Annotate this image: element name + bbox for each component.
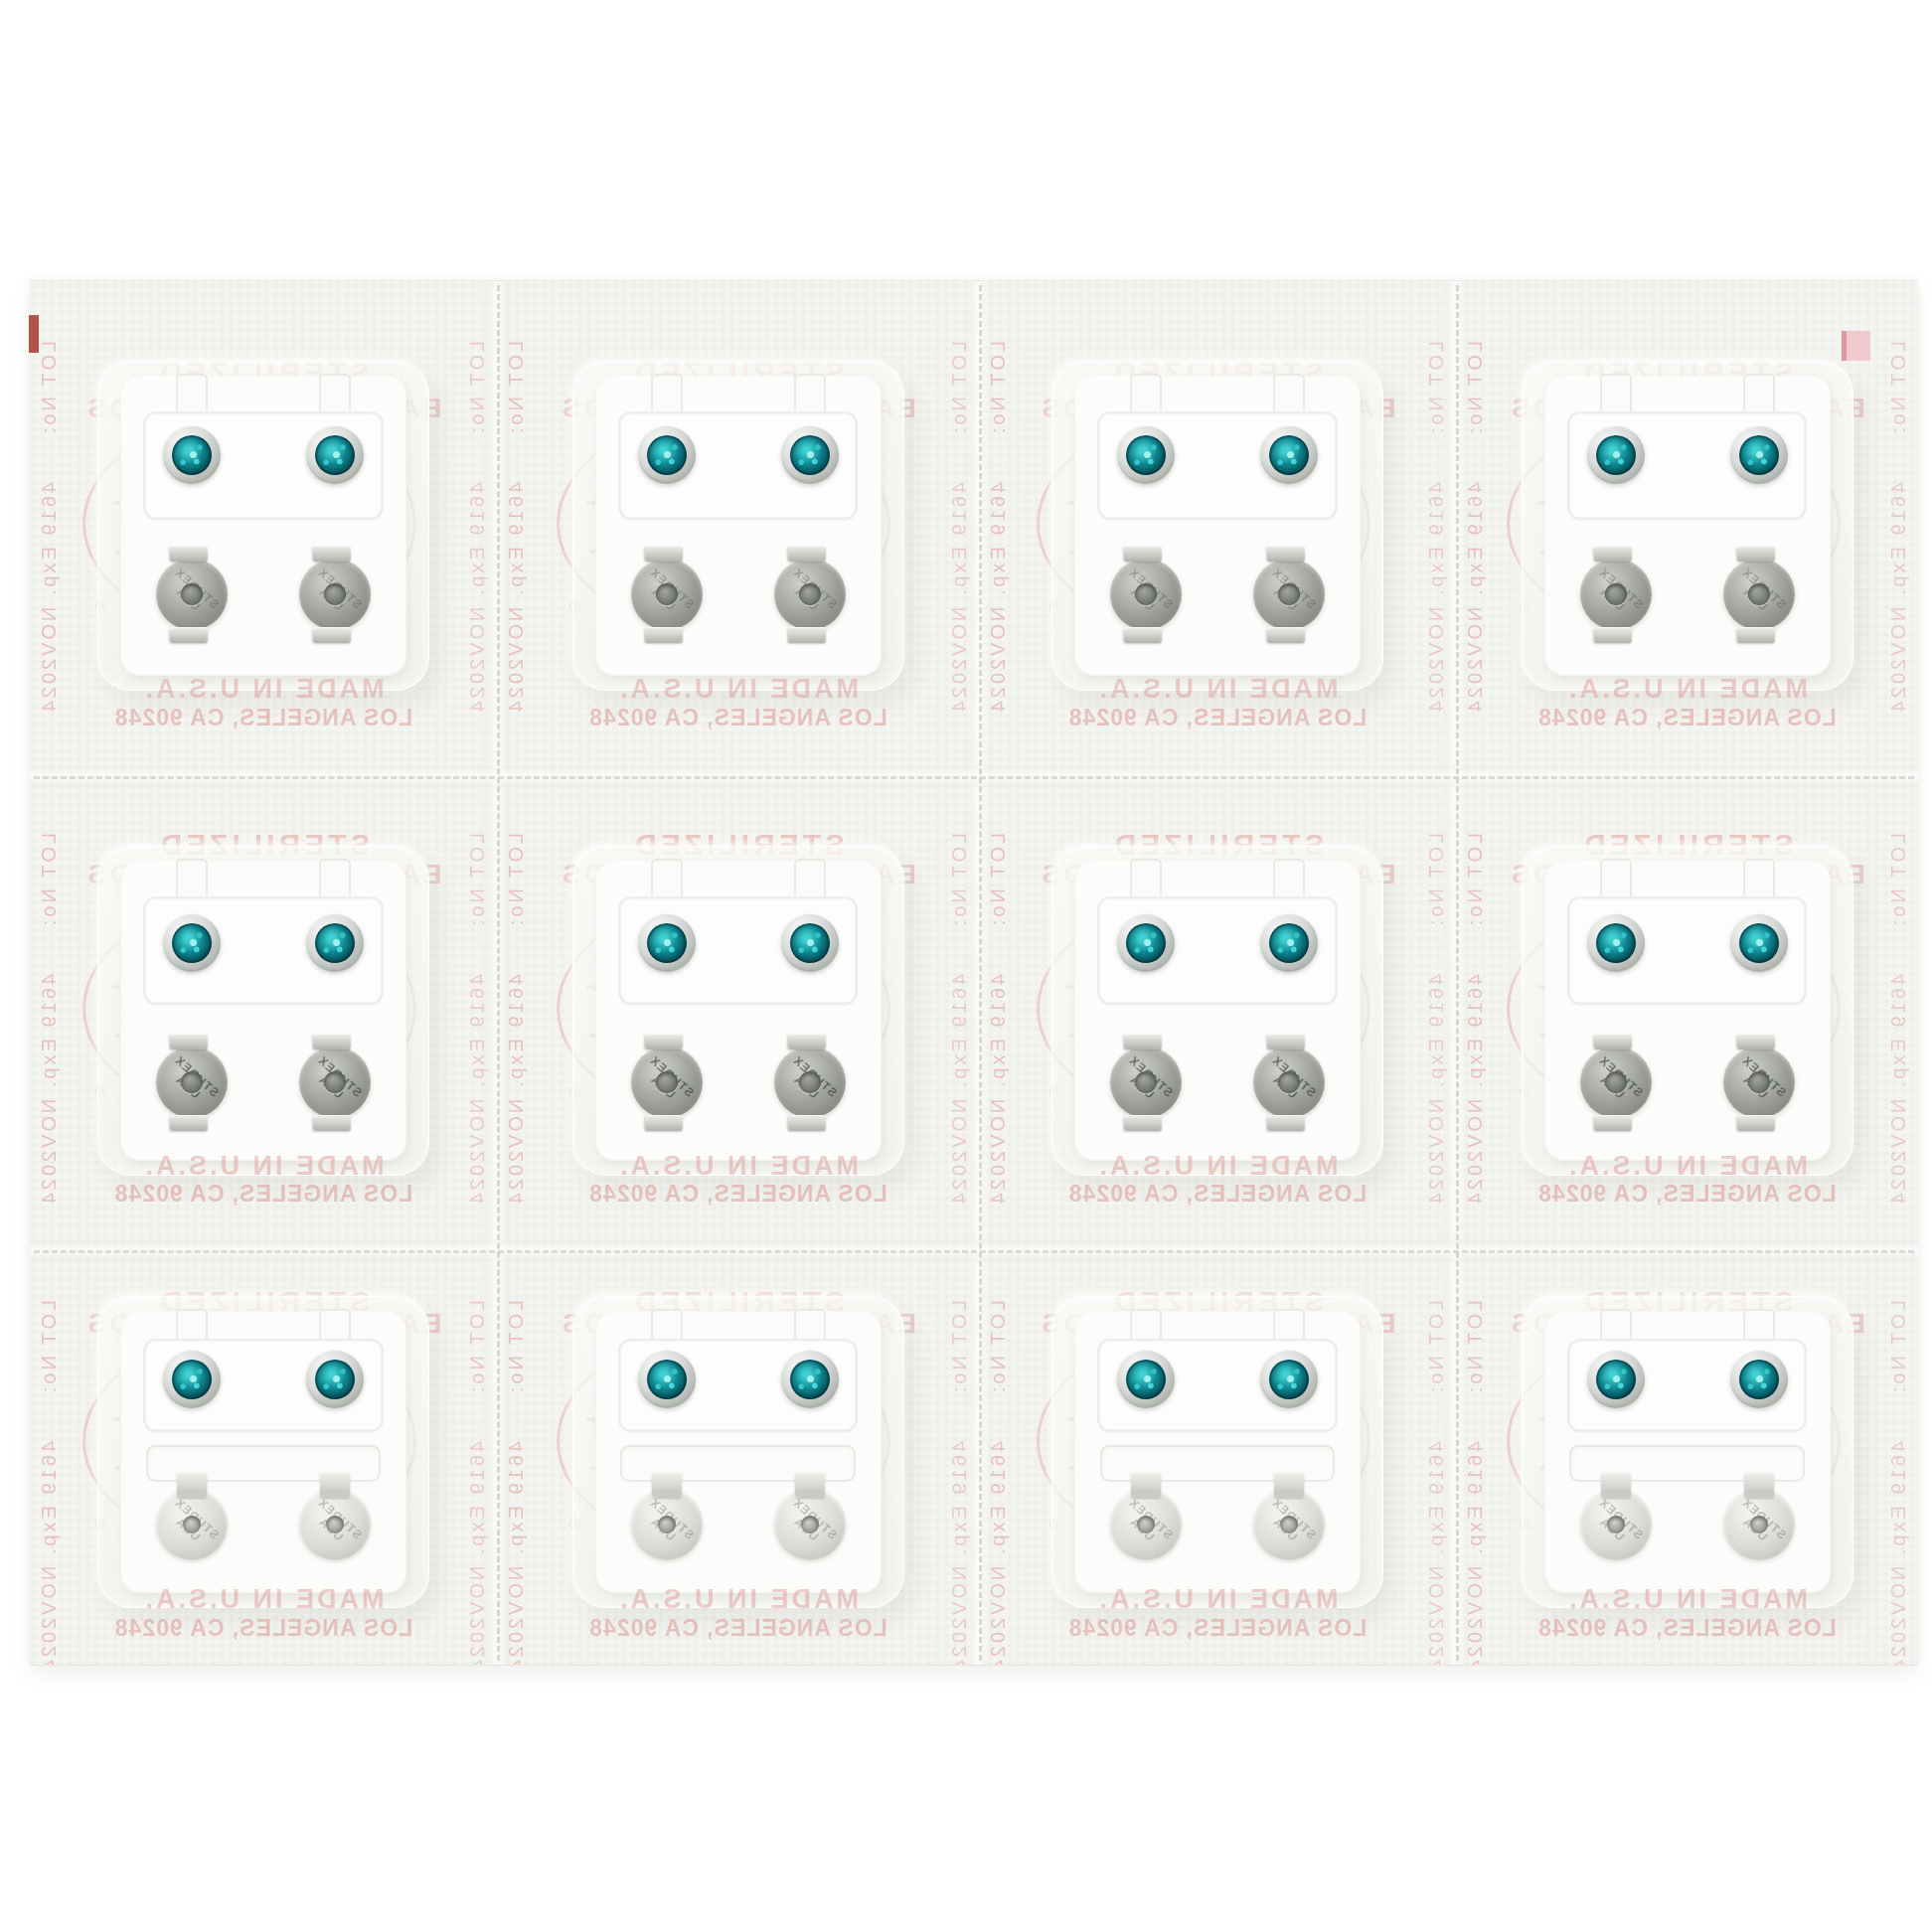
clutch-hole [1748,583,1770,605]
earring-stud-right [781,1351,839,1408]
blister-pack: STERILIZED EAR PIERCING STUDS LOT No:461… [497,776,979,1250]
clutch-hole [1607,1516,1625,1533]
product-photo-canvas: STERILIZED EAR PIERCING STUDS LOT No:461… [0,0,1932,1932]
lot-number-text-left: LOT No:4619 Exp. NOV2024 [987,1300,1010,1623]
city-text: LOS ANGELES, CA 90248 [30,1181,497,1207]
teal-gem [647,923,687,963]
lot-value: 4619 Exp. NOV2024 [1887,482,1909,715]
earring-stud-left [638,1351,696,1408]
stud-tray: STUDEX USA STUDEX USA [595,861,882,1161]
lot-number-text-right: LOT No:4619 Exp. NOV2024 [948,1300,971,1623]
lot-number-text-left: LOT No:4619 Exp. NOV2024 [1464,833,1487,1203]
clutch-hole [183,1516,201,1533]
lot-label: LOT No: [948,833,970,928]
clutch-back-right: STUDEX USA [1253,1489,1325,1560]
stud-tray: STUDEX USA STUDEX USA [120,1311,406,1593]
clutch-hole [1137,1516,1155,1533]
lot-label: LOT No: [466,341,488,436]
lot-number-text-right: LOT No:4619 Exp. NOV2024 [1425,1300,1448,1623]
clutch-hole [324,1071,346,1093]
clutch-back-left: STUDEX USA [156,1046,228,1118]
clutch-back-left: STUDEX USA [1110,559,1182,630]
earring-stud-left [1117,914,1175,972]
blister-dome: STUDEX USA STUDEX USA [1522,1296,1853,1608]
lot-label: LOT No: [466,833,488,928]
lot-label: LOT No: [1887,833,1909,928]
clutch-back-right: STUDEX USA [774,559,846,630]
earring-stud-left [1117,426,1175,484]
lot-number-text-right: LOT No:4619 Exp. NOV2024 [466,1300,489,1623]
lot-number-text-left: LOT No:4619 Exp. NOV2024 [505,341,528,726]
lot-number-text-right: LOT No:4619 Exp. NOV2024 [948,833,971,1203]
clutch-hole [1278,583,1300,605]
city-text: LOS ANGELES, CA 90248 [1456,1615,1918,1642]
lot-label: LOT No: [987,341,1009,436]
clutch-hole [326,1516,344,1533]
teal-gem [1269,1360,1309,1399]
teal-gem [790,1360,830,1399]
teal-gem [1126,435,1166,475]
lot-value: 4619 Exp. NOV2024 [948,1441,970,1665]
lot-value: 4619 Exp. NOV2024 [505,482,527,715]
blister-pack: STERILIZED EAR PIERCING STUDS LOT No:461… [30,1250,497,1665]
lot-number-text-right: LOT No:4619 Exp. NOV2024 [466,833,489,1203]
earring-stud-right [1260,426,1318,484]
lot-number-text-left: LOT No:4619 Exp. NOV2024 [987,833,1010,1203]
clutch-hole [181,1071,203,1093]
lot-value: 4619 Exp. NOV2024 [1464,1441,1486,1665]
clutch-back-right: STUDEX USA [299,1489,371,1560]
lot-label: LOT No: [1464,1300,1486,1395]
lot-label: LOT No: [1425,833,1447,928]
lot-number-text-left: LOT No:4619 Exp. NOV2024 [38,833,61,1203]
stud-tray: STUDEX USA STUDEX USA [595,1311,882,1593]
earring-stud-right [1730,914,1788,972]
lot-value: 4619 Exp. NOV2024 [1887,1441,1909,1665]
city-text: LOS ANGELES, CA 90248 [30,705,497,731]
blister-pack-sheet: STERILIZED EAR PIERCING STUDS LOT No:461… [30,280,1918,1666]
clutch-hole [1605,583,1627,605]
teal-gem [315,435,355,475]
lot-value: 4619 Exp. NOV2024 [948,974,970,1207]
clutch-hole [799,583,821,605]
lot-label: LOT No: [38,1300,60,1395]
clutch-back-right: STUDEX USA [774,1489,846,1560]
city-text: LOS ANGELES, CA 90248 [497,1181,979,1207]
lot-number-text-left: LOT No:4619 Exp. NOV2024 [505,833,528,1203]
blister-pack: STERILIZED EAR PIERCING STUDS LOT No:461… [979,776,1456,1250]
teal-gem [1269,435,1309,475]
teal-gem [315,923,355,963]
teal-gem [790,435,830,475]
clutch-back-left: STUDEX USA [1110,1046,1182,1118]
clutch-back-left: STUDEX USA [631,1046,703,1118]
blister-dome: STUDEX USA STUDEX USA [97,361,429,691]
clutch-back-right: STUDEX USA [1723,1489,1795,1560]
clutch-hole [1280,1516,1298,1533]
clutch-hole [1135,583,1157,605]
clutch-back-right: STUDEX USA [299,1046,371,1118]
lot-value: 4619 Exp. NOV2024 [987,974,1009,1207]
lot-value: 4619 Exp. NOV2024 [466,482,488,715]
blister-pack: STERILIZED EAR PIERCING STUDS LOT No:461… [1456,776,1918,1250]
lot-value: 4619 Exp. NOV2024 [466,974,488,1207]
lot-number-text-right: LOT No:4619 Exp. NOV2024 [466,341,489,726]
clutch-hole [658,1516,676,1533]
clutch-back-right: STUDEX USA [774,1046,846,1118]
lot-label: LOT No: [505,1300,527,1395]
earring-stud-right [306,426,364,484]
blister-dome: STUDEX USA STUDEX USA [97,1296,429,1608]
blister-dome: STUDEX USA STUDEX USA [572,846,904,1176]
clutch-hole [799,1071,821,1093]
lot-label: LOT No: [505,341,527,436]
city-text: LOS ANGELES, CA 90248 [497,705,979,731]
stud-tray: STUDEX USA STUDEX USA [1074,1311,1361,1593]
clutch-hole [324,583,346,605]
lot-value: 4619 Exp. NOV2024 [505,1441,527,1665]
clutch-back-right: STUDEX USA [1253,1046,1325,1118]
stud-tray: STUDEX USA STUDEX USA [1544,861,1831,1161]
clutch-back-right: STUDEX USA [1723,1046,1795,1118]
lot-number-text-right: LOT No:4619 Exp. NOV2024 [948,341,971,726]
pink-corner-mark [1842,331,1870,361]
clutch-back-left: STUDEX USA [631,559,703,630]
clutch-hole [1748,1071,1770,1093]
lot-label: LOT No: [505,833,527,928]
clutch-back-left: STUDEX USA [1580,559,1652,630]
teal-gem [1596,435,1636,475]
stud-tray: STUDEX USA STUDEX USA [1544,376,1831,676]
teal-gem [1739,435,1779,475]
blister-pack: STERILIZED EAR PIERCING STUDS LOT No:461… [30,776,497,1250]
clutch-hole [801,1516,819,1533]
clutch-back-left: STUDEX USA [631,1489,703,1560]
lot-label: LOT No: [466,1300,488,1395]
lot-label: LOT No: [1464,833,1486,928]
lot-number-text-right: LOT No:4619 Exp. NOV2024 [1887,833,1910,1203]
lot-label: LOT No: [987,1300,1009,1395]
clutch-hole [181,583,203,605]
clutch-hole [1278,1071,1300,1093]
teal-gem [1269,923,1309,963]
lot-value: 4619 Exp. NOV2024 [1887,974,1909,1207]
lot-value: 4619 Exp. NOV2024 [1425,974,1447,1207]
earring-stud-right [1730,1351,1788,1408]
teal-gem [1739,1360,1779,1399]
stud-tray: STUDEX USA STUDEX USA [120,376,406,676]
lot-number-text-left: LOT No:4619 Exp. NOV2024 [1464,1300,1487,1623]
blister-dome: STUDEX USA STUDEX USA [1522,846,1853,1176]
earring-stud-right [1730,426,1788,484]
city-text: LOS ANGELES, CA 90248 [1456,1181,1918,1207]
stud-tray: STUDEX USA STUDEX USA [595,376,882,676]
lot-number-text-left: LOT No:4619 Exp. NOV2024 [38,1300,61,1623]
teal-gem [172,923,212,963]
lot-label: LOT No: [1425,1300,1447,1395]
earring-stud-right [306,1351,364,1408]
lot-number-text-right: LOT No:4619 Exp. NOV2024 [1887,341,1910,726]
earring-stud-left [638,426,696,484]
lot-number-text-left: LOT No:4619 Exp. NOV2024 [1464,341,1487,726]
lot-value: 4619 Exp. NOV2024 [987,1441,1009,1665]
blister-pack: STERILIZED EAR PIERCING STUDS LOT No:461… [30,281,497,776]
stud-tray: STUDEX USA STUDEX USA [120,861,406,1161]
clutch-back-right: STUDEX USA [299,559,371,630]
earring-stud-right [781,426,839,484]
lot-number-text-right: LOT No:4619 Exp. NOV2024 [1425,833,1448,1203]
blister-dome: STUDEX USA STUDEX USA [572,361,904,691]
teal-gem [1126,923,1166,963]
stud-tray: STUDEX USA STUDEX USA [1074,861,1361,1161]
lot-value: 4619 Exp. NOV2024 [38,1441,60,1665]
blister-dome: STUDEX USA STUDEX USA [1051,361,1383,691]
blister-dome: STUDEX USA STUDEX USA [97,846,429,1176]
clutch-back-left: STUDEX USA [156,1489,228,1560]
teal-gem [790,923,830,963]
lot-label: LOT No: [948,1300,970,1395]
lot-number-text-right: LOT No:4619 Exp. NOV2024 [1425,341,1448,726]
teal-gem [315,1360,355,1399]
blister-dome: STUDEX USA STUDEX USA [1051,1296,1383,1608]
teal-gem [1739,923,1779,963]
lot-label: LOT No: [1887,341,1909,436]
city-text: LOS ANGELES, CA 90248 [979,1615,1456,1642]
teal-gem [1596,1360,1636,1399]
pack-grid: STERILIZED EAR PIERCING STUDS LOT No:461… [30,281,1918,1665]
blister-pack: STERILIZED EAR PIERCING STUDS LOT No:461… [1456,1250,1918,1665]
clutch-back-right: STUDEX USA [1253,559,1325,630]
clutch-hole [1605,1071,1627,1093]
earring-stud-left [1587,1351,1645,1408]
earring-stud-right [1260,914,1318,972]
lot-value: 4619 Exp. NOV2024 [1425,482,1447,715]
clutch-back-left: STUDEX USA [156,559,228,630]
blister-pack: STERILIZED EAR PIERCING STUDS LOT No:461… [497,1250,979,1665]
earring-stud-left [163,426,221,484]
stud-tray: STUDEX USA STUDEX USA [1074,376,1361,676]
lot-label: LOT No: [1464,341,1486,436]
teal-gem [647,1360,687,1399]
lot-value: 4619 Exp. NOV2024 [505,974,527,1207]
teal-gem [172,1360,212,1399]
clutch-hole [656,583,678,605]
earring-stud-right [1260,1351,1318,1408]
teal-gem [172,435,212,475]
lot-number-text-right: LOT No:4619 Exp. NOV2024 [1887,1300,1910,1623]
blister-pack: STERILIZED EAR PIERCING STUDS LOT No:461… [979,1250,1456,1665]
earring-stud-right [781,914,839,972]
city-text: LOS ANGELES, CA 90248 [979,1181,1456,1207]
blister-dome: STUDEX USA STUDEX USA [1522,361,1853,691]
lot-value: 4619 Exp. NOV2024 [38,974,60,1207]
lot-label: LOT No: [1887,1300,1909,1395]
blister-pack: STERILIZED EAR PIERCING STUDS LOT No:461… [497,281,979,776]
lot-label: LOT No: [38,833,60,928]
clutch-hole [1750,1516,1768,1533]
earring-stud-left [1117,1351,1175,1408]
lot-value: 4619 Exp. NOV2024 [1425,1441,1447,1665]
lot-value: 4619 Exp. NOV2024 [1464,974,1486,1207]
clutch-back-left: STUDEX USA [1580,1489,1652,1560]
lot-number-text-left: LOT No:4619 Exp. NOV2024 [38,341,61,726]
lot-number-text-left: LOT No:4619 Exp. NOV2024 [987,341,1010,726]
lot-label: LOT No: [987,833,1009,928]
teal-gem [1596,923,1636,963]
lot-number-text-left: LOT No:4619 Exp. NOV2024 [505,1300,528,1623]
lot-label: LOT No: [38,341,60,436]
clutch-back-right: STUDEX USA [1723,559,1795,630]
red-edge-mark [29,315,39,353]
lot-value: 4619 Exp. NOV2024 [1464,482,1486,715]
lot-label: LOT No: [1425,341,1447,436]
earring-stud-right [306,914,364,972]
clutch-hole [656,1071,678,1093]
lot-label: LOT No: [948,341,970,436]
lot-value: 4619 Exp. NOV2024 [466,1441,488,1665]
earring-stud-left [638,914,696,972]
city-text: LOS ANGELES, CA 90248 [30,1615,497,1642]
city-text: LOS ANGELES, CA 90248 [979,705,1456,731]
blister-dome: STUDEX USA STUDEX USA [1051,846,1383,1176]
clutch-hole [1135,1071,1157,1093]
stud-tray: STUDEX USA STUDEX USA [1544,1311,1831,1593]
lot-value: 4619 Exp. NOV2024 [987,482,1009,715]
earring-stud-left [163,1351,221,1408]
earring-stud-left [1587,426,1645,484]
lot-value: 4619 Exp. NOV2024 [38,482,60,715]
clutch-back-left: STUDEX USA [1580,1046,1652,1118]
teal-gem [1126,1360,1166,1399]
earring-stud-left [1587,914,1645,972]
teal-gem [647,435,687,475]
lot-value: 4619 Exp. NOV2024 [948,482,970,715]
city-text: LOS ANGELES, CA 90248 [497,1615,979,1642]
earring-stud-left [163,914,221,972]
blister-pack: STERILIZED EAR PIERCING STUDS LOT No:461… [979,281,1456,776]
clutch-back-left: STUDEX USA [1110,1489,1182,1560]
city-text: LOS ANGELES, CA 90248 [1456,705,1918,731]
blister-dome: STUDEX USA STUDEX USA [572,1296,904,1608]
